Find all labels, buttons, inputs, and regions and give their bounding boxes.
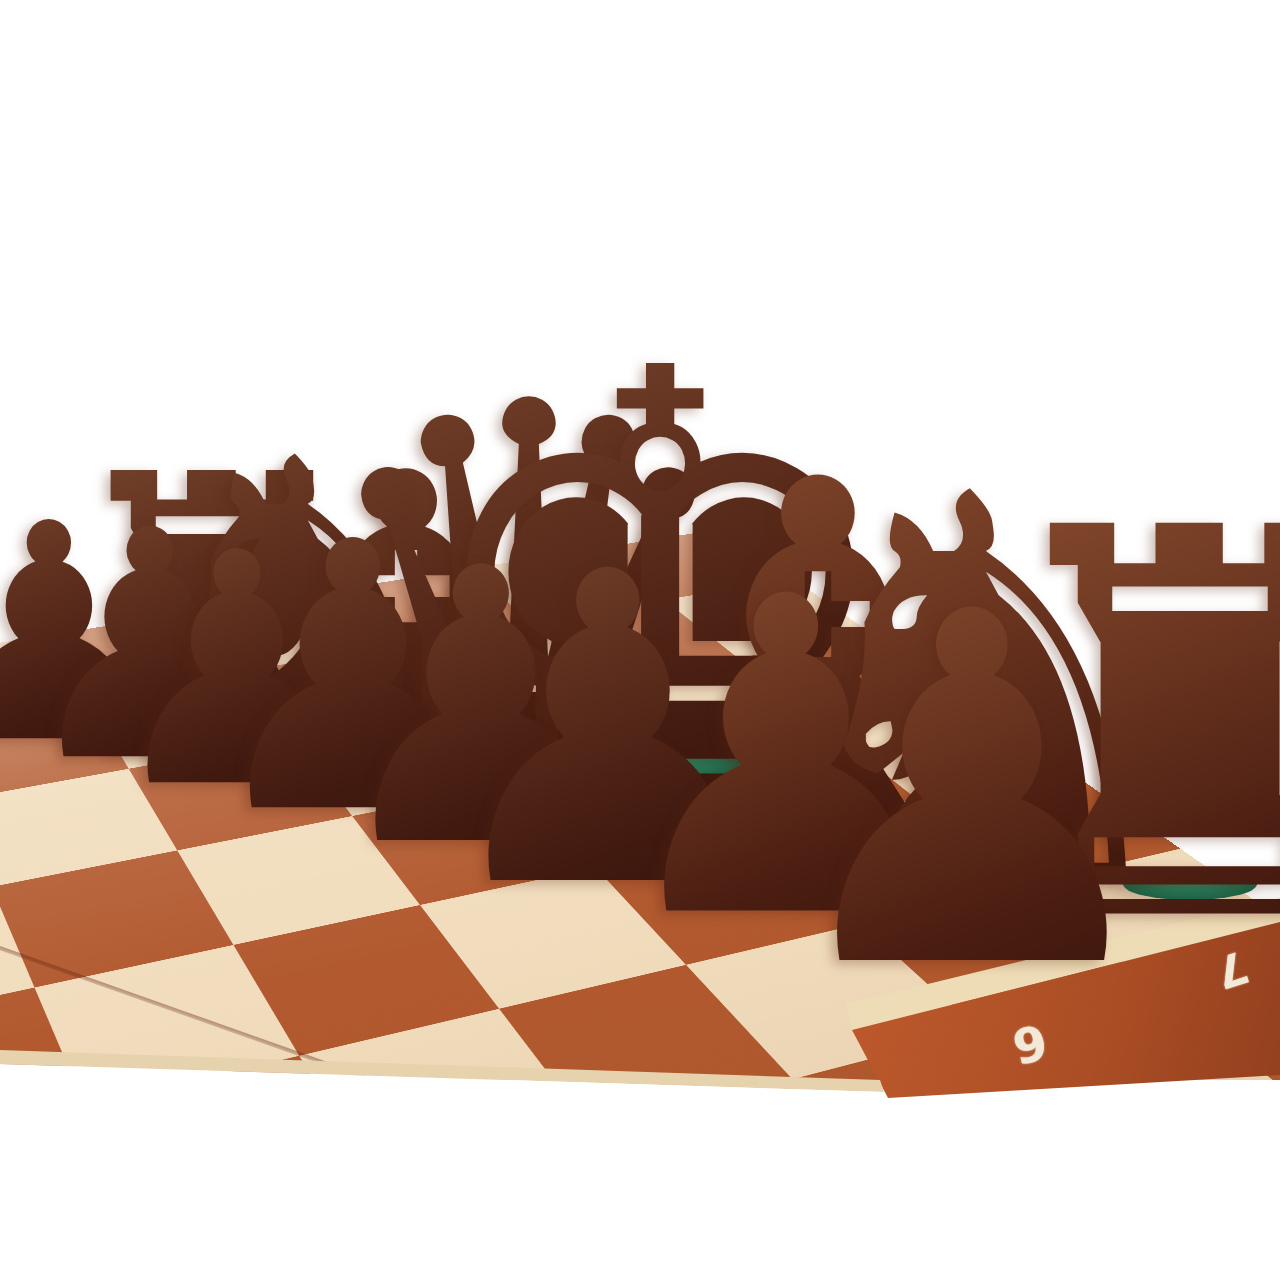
chess-set-product-photo: 6 7 ♜♞♝♛♚♝♞♜♟♟♟♟♟♟♟♟ [0,0,1280,1280]
board-grid [0,529,1280,1080]
board-3d-plane [0,529,1280,1080]
board-photo-area [0,0,1280,1080]
